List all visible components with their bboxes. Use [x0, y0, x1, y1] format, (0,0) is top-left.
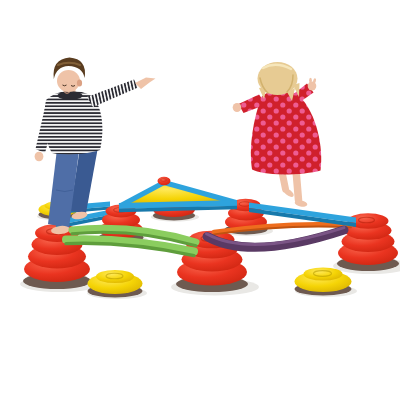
boy-ear: [77, 79, 82, 86]
scene-illustration: [0, 0, 400, 400]
girl-left-hand: [233, 103, 242, 112]
boy-left-hand: [35, 152, 44, 162]
boy-face: [57, 70, 80, 92]
girl-finger: [309, 78, 312, 84]
stepping-dome-bottom-left: [88, 270, 143, 298]
stepping-dome-bottom-right: [295, 267, 352, 295]
product-photo: [0, 0, 400, 400]
dome-top: [304, 267, 343, 280]
girl-front-leg: [296, 170, 299, 200]
boy-collar: [58, 91, 83, 100]
dome-top: [96, 270, 134, 283]
boy-pointing-hand: [135, 78, 156, 90]
boy-pointing-arm: [87, 80, 138, 108]
triangle-edge-front: [119, 203, 237, 206]
girl-figure: [233, 62, 322, 208]
triangle-platform: [119, 177, 237, 211]
